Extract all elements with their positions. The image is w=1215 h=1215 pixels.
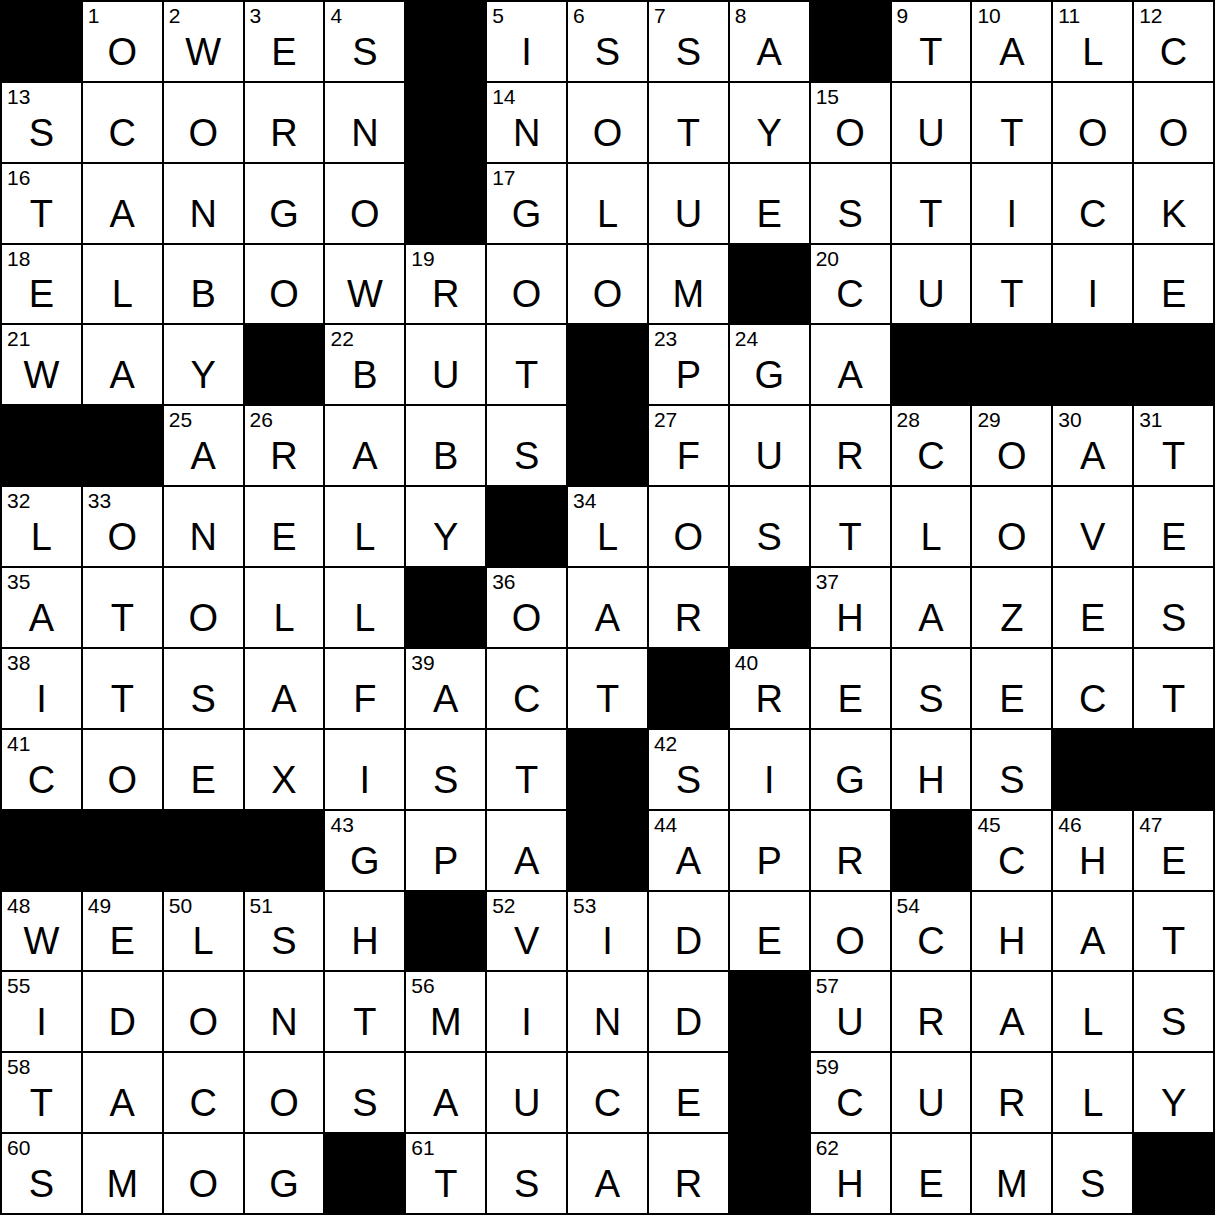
- cell-letter: T: [972, 275, 1051, 313]
- cell-r14c15[interactable]: Y: [1134, 1053, 1213, 1132]
- cell-r5c3[interactable]: Y: [164, 325, 243, 404]
- cell-r10c3[interactable]: E: [164, 730, 243, 809]
- cell-r14c9[interactable]: E: [649, 1053, 728, 1132]
- cell-r11c14[interactable]: 46H: [1053, 811, 1132, 890]
- cell-r13c13[interactable]: A: [972, 972, 1051, 1051]
- cell-letter: U: [487, 1084, 566, 1122]
- cell-r13c8[interactable]: N: [568, 972, 647, 1051]
- block-cell-r3c6: [406, 164, 485, 243]
- block-cell-r11c1: [2, 811, 81, 890]
- cell-r14c14[interactable]: L: [1053, 1053, 1132, 1132]
- cell-letter: T: [487, 356, 566, 394]
- cell-r15c3[interactable]: O: [164, 1134, 243, 1213]
- cell-letter: T: [1134, 922, 1213, 960]
- cell-r7c3[interactable]: N: [164, 487, 243, 566]
- cell-r2c4[interactable]: R: [245, 83, 324, 162]
- cell-letter: O: [811, 922, 890, 960]
- cell-letter: A: [811, 356, 890, 394]
- cell-r10c5[interactable]: I: [325, 730, 404, 809]
- cell-r8c5[interactable]: L: [325, 568, 404, 647]
- cell-r4c3[interactable]: B: [164, 245, 243, 324]
- clue-number: 20: [816, 248, 839, 269]
- cell-r11c13[interactable]: 45C: [972, 811, 1051, 890]
- cell-r1c15[interactable]: 12C: [1134, 2, 1213, 81]
- cell-r9c1[interactable]: 38I: [2, 649, 81, 728]
- cell-r2c11[interactable]: 15O: [811, 83, 890, 162]
- cell-r15c6[interactable]: 61T: [406, 1134, 485, 1213]
- cell-r2c15[interactable]: O: [1134, 83, 1213, 162]
- cell-r6c15[interactable]: 31T: [1134, 406, 1213, 485]
- clue-number: 53: [573, 895, 596, 916]
- cell-r7c10[interactable]: S: [730, 487, 809, 566]
- cell-letter: L: [164, 922, 243, 960]
- clue-number: 21: [7, 328, 30, 349]
- cell-r7c11[interactable]: T: [811, 487, 890, 566]
- block-cell-r1c11: [811, 2, 890, 81]
- cell-r6c12[interactable]: 28C: [892, 406, 971, 485]
- cell-r3c13[interactable]: I: [972, 164, 1051, 243]
- cell-r7c6[interactable]: Y: [406, 487, 485, 566]
- cell-letter: S: [730, 518, 809, 556]
- cell-r14c13[interactable]: R: [972, 1053, 1051, 1132]
- cell-r5c6[interactable]: U: [406, 325, 485, 404]
- cell-r11c6[interactable]: P: [406, 811, 485, 890]
- cell-letter: N: [245, 1003, 324, 1041]
- cell-r10c6[interactable]: S: [406, 730, 485, 809]
- cell-r13c9[interactable]: D: [649, 972, 728, 1051]
- clue-number: 59: [816, 1056, 839, 1077]
- clue-number: 23: [654, 328, 677, 349]
- cell-r10c13[interactable]: S: [972, 730, 1051, 809]
- block-cell-r11c2: [83, 811, 162, 890]
- cell-letter: L: [892, 518, 971, 556]
- cell-r3c7[interactable]: 17G: [487, 164, 566, 243]
- cell-r1c13[interactable]: 10A: [972, 2, 1051, 81]
- cell-r3c12[interactable]: T: [892, 164, 971, 243]
- cell-letter: W: [325, 275, 404, 313]
- clue-number: 32: [7, 490, 30, 511]
- cell-letter: Z: [972, 599, 1051, 637]
- cell-letter: O: [164, 1165, 243, 1203]
- clue-number: 13: [7, 86, 30, 107]
- cell-r1c14[interactable]: 11L: [1053, 2, 1132, 81]
- cell-r8c3[interactable]: O: [164, 568, 243, 647]
- cell-r7c14[interactable]: V: [1053, 487, 1132, 566]
- cell-r6c3[interactable]: 25A: [164, 406, 243, 485]
- cell-r15c13[interactable]: M: [972, 1134, 1051, 1213]
- cell-r12c2[interactable]: 49E: [83, 892, 162, 971]
- cell-r14c7[interactable]: U: [487, 1053, 566, 1132]
- cell-letter: I: [1053, 275, 1132, 313]
- cell-letter: T: [406, 1165, 485, 1203]
- cell-letter: R: [649, 599, 728, 637]
- cell-r9c11[interactable]: E: [811, 649, 890, 728]
- clue-number: 25: [169, 409, 192, 430]
- cell-letter: E: [730, 922, 809, 960]
- cell-r9c14[interactable]: C: [1053, 649, 1132, 728]
- cell-r15c12[interactable]: E: [892, 1134, 971, 1213]
- cell-r4c4[interactable]: O: [245, 245, 324, 324]
- cell-letter: S: [649, 33, 728, 71]
- cell-r4c7[interactable]: O: [487, 245, 566, 324]
- cell-r7c4[interactable]: E: [245, 487, 324, 566]
- cell-letter: O: [972, 437, 1051, 475]
- cell-r1c7[interactable]: 5I: [487, 2, 566, 81]
- cell-r2c5[interactable]: N: [325, 83, 404, 162]
- cell-letter: E: [245, 518, 324, 556]
- cell-r10c2[interactable]: O: [83, 730, 162, 809]
- cell-r9c3[interactable]: S: [164, 649, 243, 728]
- cell-r15c14[interactable]: S: [1053, 1134, 1132, 1213]
- cell-letter: O: [649, 518, 728, 556]
- cell-letter: R: [730, 680, 809, 718]
- cell-letter: H: [892, 761, 971, 799]
- cell-r7c13[interactable]: O: [972, 487, 1051, 566]
- cell-r4c2[interactable]: L: [83, 245, 162, 324]
- cell-r12c14[interactable]: A: [1053, 892, 1132, 971]
- cell-r3c2[interactable]: A: [83, 164, 162, 243]
- cell-r12c13[interactable]: H: [972, 892, 1051, 971]
- cell-r2c8[interactable]: O: [568, 83, 647, 162]
- cell-r11c5[interactable]: 43G: [325, 811, 404, 890]
- clue-number: 56: [411, 975, 434, 996]
- cell-r7c15[interactable]: E: [1134, 487, 1213, 566]
- cell-r4c9[interactable]: M: [649, 245, 728, 324]
- cell-r12c10[interactable]: E: [730, 892, 809, 971]
- cell-letter: Y: [406, 518, 485, 556]
- cell-r13c11[interactable]: 57U: [811, 972, 890, 1051]
- cell-r4c14[interactable]: I: [1053, 245, 1132, 324]
- cell-r12c9[interactable]: D: [649, 892, 728, 971]
- cell-r1c10[interactable]: 8A: [730, 2, 809, 81]
- cell-letter: C: [164, 1084, 243, 1122]
- cell-letter: E: [892, 1165, 971, 1203]
- cell-letter: L: [568, 518, 647, 556]
- cell-r12c3[interactable]: 50L: [164, 892, 243, 971]
- cell-r8c15[interactable]: S: [1134, 568, 1213, 647]
- clue-number: 34: [573, 490, 596, 511]
- cell-r9c2[interactable]: T: [83, 649, 162, 728]
- clue-number: 11: [1058, 5, 1080, 26]
- cell-letter: A: [568, 1165, 647, 1203]
- cell-letter: A: [83, 195, 162, 233]
- cell-letter: W: [164, 33, 243, 71]
- cell-letter: I: [972, 195, 1051, 233]
- cell-r14c6[interactable]: A: [406, 1053, 485, 1132]
- cell-letter: S: [487, 437, 566, 475]
- cell-letter: E: [972, 680, 1051, 718]
- cell-r8c14[interactable]: E: [1053, 568, 1132, 647]
- cell-r8c11[interactable]: 37H: [811, 568, 890, 647]
- block-cell-r5c4: [245, 325, 324, 404]
- cell-r12c4[interactable]: 51S: [245, 892, 324, 971]
- cell-r15c7[interactable]: S: [487, 1134, 566, 1213]
- clue-number: 51: [250, 895, 273, 916]
- clue-number: 14: [492, 86, 515, 107]
- cell-r1c4[interactable]: 3E: [245, 2, 324, 81]
- cell-r9c6[interactable]: 39A: [406, 649, 485, 728]
- cell-r6c10[interactable]: U: [730, 406, 809, 485]
- cell-letter: P: [406, 842, 485, 880]
- cell-letter: A: [406, 1084, 485, 1122]
- cell-r13c12[interactable]: R: [892, 972, 971, 1051]
- cell-r4c11[interactable]: 20C: [811, 245, 890, 324]
- cell-r15c11[interactable]: 62H: [811, 1134, 890, 1213]
- cell-r9c7[interactable]: C: [487, 649, 566, 728]
- cell-r10c12[interactable]: H: [892, 730, 971, 809]
- cell-r8c7[interactable]: 36O: [487, 568, 566, 647]
- cell-r13c3[interactable]: O: [164, 972, 243, 1051]
- cell-letter: C: [568, 1084, 647, 1122]
- cell-letter: S: [1134, 1003, 1213, 1041]
- cell-r15c9[interactable]: R: [649, 1134, 728, 1213]
- cell-r1c3[interactable]: 2W: [164, 2, 243, 81]
- cell-r14c12[interactable]: U: [892, 1053, 971, 1132]
- clue-number: 12: [1139, 5, 1162, 26]
- cell-letter: S: [487, 1165, 566, 1203]
- cell-r5c11[interactable]: A: [811, 325, 890, 404]
- cell-r2c12[interactable]: U: [892, 83, 971, 162]
- cell-r6c6[interactable]: B: [406, 406, 485, 485]
- cell-r4c13[interactable]: T: [972, 245, 1051, 324]
- cell-r13c2[interactable]: D: [83, 972, 162, 1051]
- cell-letter: O: [164, 1003, 243, 1041]
- cell-r11c7[interactable]: A: [487, 811, 566, 890]
- cell-r14c5[interactable]: S: [325, 1053, 404, 1132]
- cell-r2c1[interactable]: 13S: [2, 83, 81, 162]
- cell-r10c4[interactable]: X: [245, 730, 324, 809]
- block-cell-r10c14: [1053, 730, 1132, 809]
- cell-r5c2[interactable]: A: [83, 325, 162, 404]
- clue-number: 28: [897, 409, 920, 430]
- cell-r12c15[interactable]: T: [1134, 892, 1213, 971]
- cell-letter: R: [406, 275, 485, 313]
- cell-r10c1[interactable]: 41C: [2, 730, 81, 809]
- cell-r14c11[interactable]: 59C: [811, 1053, 890, 1132]
- cell-r4c5[interactable]: W: [325, 245, 404, 324]
- cell-r4c15[interactable]: E: [1134, 245, 1213, 324]
- cell-r6c9[interactable]: 27F: [649, 406, 728, 485]
- cell-r8c1[interactable]: 35A: [2, 568, 81, 647]
- cell-r5c9[interactable]: 23P: [649, 325, 728, 404]
- cell-r14c4[interactable]: O: [245, 1053, 324, 1132]
- cell-r12c12[interactable]: 54C: [892, 892, 971, 971]
- cell-r1c12[interactable]: 9T: [892, 2, 971, 81]
- cell-r10c11[interactable]: G: [811, 730, 890, 809]
- cell-letter: E: [245, 33, 324, 71]
- clue-number: 45: [977, 814, 1000, 835]
- cell-r9c15[interactable]: T: [1134, 649, 1213, 728]
- cell-r3c15[interactable]: K: [1134, 164, 1213, 243]
- cell-letter: N: [164, 518, 243, 556]
- cell-r7c12[interactable]: L: [892, 487, 971, 566]
- cell-r12c11[interactable]: O: [811, 892, 890, 971]
- cell-r7c1[interactable]: 32L: [2, 487, 81, 566]
- cell-r6c11[interactable]: R: [811, 406, 890, 485]
- cell-letter: I: [2, 680, 81, 718]
- cell-r13c6[interactable]: 56M: [406, 972, 485, 1051]
- cell-r2c14[interactable]: O: [1053, 83, 1132, 162]
- cell-r1c5[interactable]: 4S: [325, 2, 404, 81]
- cell-r13c4[interactable]: N: [245, 972, 324, 1051]
- clue-number: 52: [492, 895, 515, 916]
- block-cell-r15c15: [1134, 1134, 1213, 1213]
- cell-letter: T: [892, 33, 971, 71]
- cell-r3c10[interactable]: E: [730, 164, 809, 243]
- cell-r9c13[interactable]: E: [972, 649, 1051, 728]
- cell-letter: G: [811, 761, 890, 799]
- cell-letter: S: [2, 1165, 81, 1203]
- cell-r2c7[interactable]: 14N: [487, 83, 566, 162]
- block-cell-r6c1: [2, 406, 81, 485]
- cell-letter: C: [811, 1084, 890, 1122]
- cell-r9c5[interactable]: F: [325, 649, 404, 728]
- cell-letter: N: [325, 114, 404, 152]
- cell-r1c2[interactable]: 1O: [83, 2, 162, 81]
- cell-letter: A: [83, 1084, 162, 1122]
- cell-r12c5[interactable]: H: [325, 892, 404, 971]
- cell-r4c1[interactable]: 18E: [2, 245, 81, 324]
- cell-letter: S: [2, 114, 81, 152]
- cell-r6c7[interactable]: S: [487, 406, 566, 485]
- cell-r13c5[interactable]: T: [325, 972, 404, 1051]
- block-cell-r14c10: [730, 1053, 809, 1132]
- clue-number: 18: [7, 248, 30, 269]
- block-cell-r5c15: [1134, 325, 1213, 404]
- cell-r6c5[interactable]: A: [325, 406, 404, 485]
- cell-r2c3[interactable]: O: [164, 83, 243, 162]
- cell-r12c1[interactable]: 48W: [2, 892, 81, 971]
- cell-letter: K: [1134, 195, 1213, 233]
- clue-number: 61: [411, 1137, 434, 1158]
- cell-r6c4[interactable]: 26R: [245, 406, 324, 485]
- cell-letter: A: [568, 599, 647, 637]
- cell-r5c10[interactable]: 24G: [730, 325, 809, 404]
- cell-r10c7[interactable]: T: [487, 730, 566, 809]
- cell-r12c8[interactable]: 53I: [568, 892, 647, 971]
- cell-r6c14[interactable]: 30A: [1053, 406, 1132, 485]
- cell-r1c9[interactable]: 7S: [649, 2, 728, 81]
- cell-r9c4[interactable]: A: [245, 649, 324, 728]
- cell-letter: E: [1134, 518, 1213, 556]
- cell-r15c2[interactable]: M: [83, 1134, 162, 1213]
- cell-r3c1[interactable]: 16T: [2, 164, 81, 243]
- cell-letter: A: [972, 1003, 1051, 1041]
- cell-r13c1[interactable]: 55I: [2, 972, 81, 1051]
- cell-r15c1[interactable]: 60S: [2, 1134, 81, 1213]
- cell-r11c10[interactable]: P: [730, 811, 809, 890]
- cell-r8c12[interactable]: A: [892, 568, 971, 647]
- cell-r7c9[interactable]: O: [649, 487, 728, 566]
- cell-letter: I: [568, 922, 647, 960]
- cell-letter: P: [649, 356, 728, 394]
- cell-r5c5[interactable]: 22B: [325, 325, 404, 404]
- cell-r5c7[interactable]: T: [487, 325, 566, 404]
- cell-r13c15[interactable]: S: [1134, 972, 1213, 1051]
- cell-letter: W: [2, 922, 81, 960]
- cell-r4c8[interactable]: O: [568, 245, 647, 324]
- cell-letter: A: [972, 33, 1051, 71]
- cell-r10c9[interactable]: 42S: [649, 730, 728, 809]
- cell-r8c8[interactable]: A: [568, 568, 647, 647]
- cell-r7c2[interactable]: 33O: [83, 487, 162, 566]
- cell-letter: I: [730, 761, 809, 799]
- cell-r2c2[interactable]: C: [83, 83, 162, 162]
- cell-r3c9[interactable]: U: [649, 164, 728, 243]
- cell-letter: O: [568, 114, 647, 152]
- cell-r5c1[interactable]: 21W: [2, 325, 81, 404]
- cell-letter: S: [1134, 599, 1213, 637]
- cell-r3c4[interactable]: G: [245, 164, 324, 243]
- cell-r4c12[interactable]: U: [892, 245, 971, 324]
- cell-r3c8[interactable]: L: [568, 164, 647, 243]
- cell-letter: C: [1053, 680, 1132, 718]
- cell-letter: H: [972, 922, 1051, 960]
- cell-r8c4[interactable]: L: [245, 568, 324, 647]
- clue-number: 48: [7, 895, 30, 916]
- cell-r6c13[interactable]: 29O: [972, 406, 1051, 485]
- cell-r9c12[interactable]: S: [892, 649, 971, 728]
- cell-letter: C: [972, 842, 1051, 880]
- cell-r8c9[interactable]: R: [649, 568, 728, 647]
- cell-letter: L: [1053, 1084, 1132, 1122]
- block-cell-r13c10: [730, 972, 809, 1051]
- cell-r14c2[interactable]: A: [83, 1053, 162, 1132]
- cell-r3c11[interactable]: S: [811, 164, 890, 243]
- clue-number: 29: [977, 409, 1000, 430]
- cell-letter: R: [245, 437, 324, 475]
- cell-r7c8[interactable]: 34L: [568, 487, 647, 566]
- cell-r3c14[interactable]: C: [1053, 164, 1132, 243]
- cell-letter: U: [406, 356, 485, 394]
- cell-letter: R: [811, 437, 890, 475]
- cell-r3c5[interactable]: O: [325, 164, 404, 243]
- cell-r2c9[interactable]: T: [649, 83, 728, 162]
- cell-r13c7[interactable]: I: [487, 972, 566, 1051]
- cell-letter: R: [649, 1165, 728, 1203]
- cell-r10c10[interactable]: I: [730, 730, 809, 809]
- cell-r9c8[interactable]: T: [568, 649, 647, 728]
- cell-letter: O: [83, 33, 162, 71]
- cell-letter: E: [1134, 842, 1213, 880]
- cell-r7c5[interactable]: L: [325, 487, 404, 566]
- cell-r8c2[interactable]: T: [83, 568, 162, 647]
- cell-letter: U: [811, 1003, 890, 1041]
- cell-r2c10[interactable]: Y: [730, 83, 809, 162]
- cell-letter: E: [83, 922, 162, 960]
- cell-letter: C: [1134, 33, 1213, 71]
- cell-r2c13[interactable]: T: [972, 83, 1051, 162]
- cell-letter: A: [649, 842, 728, 880]
- cell-r4c6[interactable]: 19R: [406, 245, 485, 324]
- cell-r9c10[interactable]: 40R: [730, 649, 809, 728]
- cell-r15c4[interactable]: G: [245, 1134, 324, 1213]
- cell-r11c15[interactable]: 47E: [1134, 811, 1213, 890]
- cell-r11c9[interactable]: 44A: [649, 811, 728, 890]
- cell-r11c11[interactable]: R: [811, 811, 890, 890]
- cell-r13c14[interactable]: L: [1053, 972, 1132, 1051]
- cell-r14c8[interactable]: C: [568, 1053, 647, 1132]
- cell-r1c8[interactable]: 6S: [568, 2, 647, 81]
- cell-r12c7[interactable]: 52V: [487, 892, 566, 971]
- cell-r14c3[interactable]: C: [164, 1053, 243, 1132]
- cell-r14c1[interactable]: 58T: [2, 1053, 81, 1132]
- clue-number: 49: [88, 895, 111, 916]
- cell-letter: O: [164, 599, 243, 637]
- cell-r3c3[interactable]: N: [164, 164, 243, 243]
- cell-r15c8[interactable]: A: [568, 1134, 647, 1213]
- cell-r8c13[interactable]: Z: [972, 568, 1051, 647]
